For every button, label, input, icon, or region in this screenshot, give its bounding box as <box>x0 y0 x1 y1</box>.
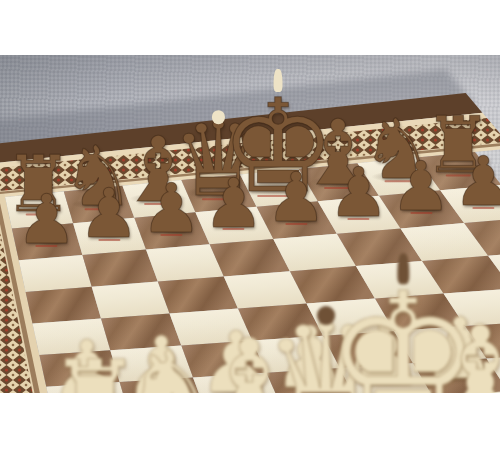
chess-set-photo: ♜♞♝♛♚♝♞♜♟♟♟♟♟♟♟♟♟♟♟♟♟♟♟♟♜♞♝♛♚♝♞♜ <box>0 55 500 393</box>
red-felt-base <box>472 207 494 209</box>
piece-black-pawn: ♟ <box>141 175 202 243</box>
red-felt-base <box>348 218 370 220</box>
photo-matte: ♜♞♝♛♚♝♞♜♟♟♟♟♟♟♟♟♟♟♟♟♟♟♟♟♜♞♝♛♚♝♞♜ <box>0 0 500 450</box>
piece-black-pawn: ♟ <box>390 153 451 221</box>
red-felt-base <box>223 228 245 230</box>
bishop-glyph: ♝ <box>425 310 500 393</box>
king-spindle-finial <box>397 253 409 285</box>
pieces-layer: ♜♞♝♛♚♝♞♜♟♟♟♟♟♟♟♟♟♟♟♟♟♟♟♟♜♞♝♛♚♝♞♜ <box>0 55 500 393</box>
piece-black-pawn: ♟ <box>453 148 500 216</box>
king-spindle-finial <box>274 69 283 92</box>
piece-black-pawn: ♟ <box>266 164 327 232</box>
red-felt-base <box>35 245 57 247</box>
piece-black-pawn: ♟ <box>203 170 264 238</box>
red-felt-base <box>98 239 120 241</box>
piece-black-pawn: ♟ <box>328 159 389 227</box>
piece-black-pawn: ♟ <box>16 186 77 254</box>
piece-black-pawn: ♟ <box>78 180 139 248</box>
red-felt-base <box>410 212 432 214</box>
piece-white-bishop: ♝ <box>425 310 500 393</box>
red-felt-base <box>285 223 307 225</box>
red-felt-base <box>160 234 182 236</box>
